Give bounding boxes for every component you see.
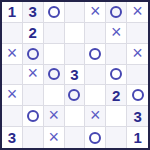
puzzle-board: 13××2××××3×2××33×1 <box>0 0 150 150</box>
cell-r1c3[interactable] <box>65 23 86 44</box>
x-mark-icon: × <box>132 44 143 62</box>
cell-r3c3[interactable]: 3 <box>65 65 86 86</box>
x-mark-icon: × <box>48 128 59 146</box>
cell-r5c6[interactable]: 3 <box>127 106 148 127</box>
cell-r0c6[interactable]: × <box>127 2 148 23</box>
cell-r2c3[interactable] <box>65 44 86 65</box>
number-clue: 1 <box>133 130 141 145</box>
cell-r6c1[interactable] <box>23 127 44 148</box>
cell-r3c2[interactable] <box>44 65 65 86</box>
cell-r2c1[interactable] <box>23 44 44 65</box>
x-mark-icon: × <box>90 2 101 20</box>
number-clue: 2 <box>29 25 37 40</box>
number-clue: 2 <box>112 88 120 103</box>
cell-r5c5[interactable] <box>106 106 127 127</box>
cell-r6c5[interactable] <box>106 127 127 148</box>
cell-r4c3[interactable] <box>65 85 86 106</box>
cell-r5c3[interactable] <box>65 106 86 127</box>
cell-r4c1[interactable] <box>23 85 44 106</box>
number-clue: 3 <box>133 109 141 124</box>
cell-r4c0[interactable]: × <box>2 85 23 106</box>
cell-r1c6[interactable] <box>127 23 148 44</box>
cell-r5c0[interactable] <box>2 106 23 127</box>
cell-r1c1[interactable]: 2 <box>23 23 44 44</box>
cell-r5c2[interactable]: × <box>44 106 65 127</box>
o-mark-icon <box>110 6 122 18</box>
cell-r6c4[interactable] <box>85 127 106 148</box>
cell-r1c5[interactable]: × <box>106 23 127 44</box>
cell-r0c4[interactable]: × <box>85 2 106 23</box>
cell-r0c0[interactable]: 1 <box>2 2 23 23</box>
cell-r1c4[interactable] <box>85 23 106 44</box>
cell-r2c4[interactable] <box>85 44 106 65</box>
o-mark-icon <box>27 48 39 60</box>
x-mark-icon: × <box>132 2 143 20</box>
cell-r3c5[interactable] <box>106 65 127 86</box>
cell-r2c0[interactable]: × <box>2 44 23 65</box>
number-clue: 3 <box>70 67 78 82</box>
o-mark-icon <box>132 89 144 101</box>
x-mark-icon: × <box>48 106 59 124</box>
cell-r6c3[interactable] <box>65 127 86 148</box>
cell-r1c0[interactable] <box>2 23 23 44</box>
x-mark-icon: × <box>111 23 122 41</box>
o-mark-icon <box>89 132 101 144</box>
cell-r6c6[interactable]: 1 <box>127 127 148 148</box>
number-clue: 3 <box>29 4 37 19</box>
cell-r0c1[interactable]: 3 <box>23 2 44 23</box>
x-mark-icon: × <box>90 106 101 124</box>
number-clue: 1 <box>8 4 16 19</box>
cell-r3c4[interactable] <box>85 65 106 86</box>
o-mark-icon <box>68 89 80 101</box>
o-mark-icon <box>110 68 122 80</box>
cell-r0c2[interactable] <box>44 2 65 23</box>
cell-r3c1[interactable]: × <box>23 65 44 86</box>
cell-r6c2[interactable]: × <box>44 127 65 148</box>
o-mark-icon <box>89 48 101 60</box>
o-mark-icon <box>48 6 60 18</box>
cell-r3c0[interactable] <box>2 65 23 86</box>
cell-r4c5[interactable]: 2 <box>106 85 127 106</box>
cell-r0c3[interactable] <box>65 2 86 23</box>
cell-r5c4[interactable]: × <box>85 106 106 127</box>
x-mark-icon: × <box>28 65 39 83</box>
cell-r2c5[interactable] <box>106 44 127 65</box>
o-mark-icon <box>48 68 60 80</box>
cell-r5c1[interactable] <box>23 106 44 127</box>
cell-r0c5[interactable] <box>106 2 127 23</box>
cell-r4c2[interactable] <box>44 85 65 106</box>
cell-r4c6[interactable] <box>127 85 148 106</box>
cell-r2c6[interactable]: × <box>127 44 148 65</box>
cell-r4c4[interactable] <box>85 85 106 106</box>
cell-r6c0[interactable]: 3 <box>2 127 23 148</box>
x-mark-icon: × <box>7 85 18 103</box>
o-mark-icon <box>27 110 39 122</box>
cell-r3c6[interactable] <box>127 65 148 86</box>
cell-r1c2[interactable] <box>44 23 65 44</box>
cell-r2c2[interactable] <box>44 44 65 65</box>
number-clue: 3 <box>8 130 16 145</box>
x-mark-icon: × <box>7 44 18 62</box>
